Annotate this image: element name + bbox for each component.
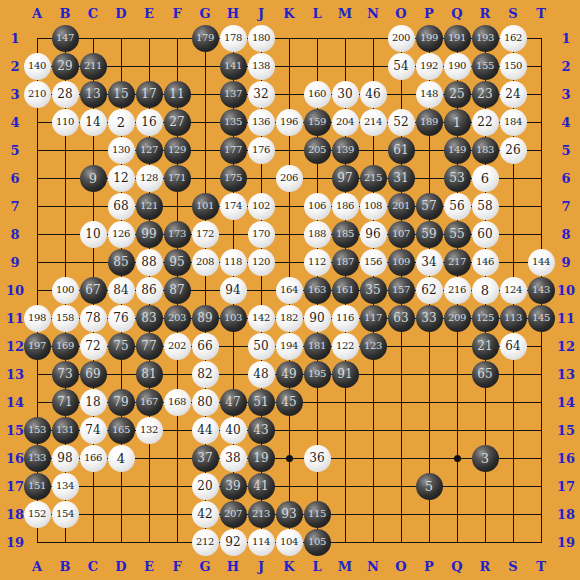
black-stone-move-167-E14: 167 [136, 389, 163, 416]
intersection-P1: 199 [415, 24, 443, 52]
intersection-O4: 52 [387, 108, 415, 136]
black-stone-move-151-A17: 151 [24, 473, 51, 500]
white-stone-move-56-Q7: 56 [444, 193, 471, 220]
black-stone-move-163-L10: 163 [304, 277, 331, 304]
white-stone-move-208-G9: 208 [192, 249, 219, 276]
intersection-B16: 98 [51, 444, 79, 472]
intersection-A3: 210 [23, 80, 51, 108]
intersection-B15: 131 [51, 416, 79, 444]
col-label-top-F: F [163, 4, 191, 22]
white-stone-move-44-G15: 44 [192, 417, 219, 444]
white-stone-move-144-T9: 144 [528, 249, 555, 276]
white-stone-move-78-C11: 78 [80, 305, 107, 332]
black-stone-move-19-J16: 19 [248, 445, 275, 472]
black-stone-move-93-K18: 93 [276, 501, 303, 528]
intersection-P11: 33 [415, 304, 443, 332]
intersection-A16: 133 [23, 444, 51, 472]
black-stone-move-143-T10: 143 [528, 277, 555, 304]
black-stone-move-125-R11: 125 [472, 305, 499, 332]
black-stone-move-77-E12: 77 [136, 333, 163, 360]
white-stone-move-60-R8: 60 [472, 221, 499, 248]
intersection-A15: 153 [23, 416, 51, 444]
black-stone-move-101-G7: 101 [192, 193, 219, 220]
intersection-H17: 39 [219, 472, 247, 500]
white-stone-move-66-G12: 66 [192, 333, 219, 360]
intersection-H2: 141 [219, 52, 247, 80]
black-stone-move-23-R3: 23 [472, 81, 499, 108]
row-label-right-10: 10 [551, 276, 580, 304]
black-stone-move-95-F9: 95 [164, 249, 191, 276]
white-stone-move-20-G17: 20 [192, 473, 219, 500]
intersection-G1: 179 [191, 24, 219, 52]
intersection-Q3: 25 [443, 80, 471, 108]
white-stone-move-166-C16: 166 [80, 445, 107, 472]
black-stone-move-43-J15: 43 [248, 417, 275, 444]
intersection-H5: 177 [219, 136, 247, 164]
row-label-right-4: 4 [551, 108, 580, 136]
intersection-H14: 47 [219, 388, 247, 416]
col-label-top-R: R [471, 4, 499, 22]
intersection-R10: 8 [471, 276, 499, 304]
intersection-A12: 197 [23, 332, 51, 360]
row-label-right-17: 17 [551, 472, 580, 500]
column-labels-top: ABCDEFGHJKLMNOPQRST [23, 4, 555, 22]
intersection-C15: 74 [79, 416, 107, 444]
intersection-K13: 49 [275, 360, 303, 388]
col-label-top-N: N [359, 4, 387, 22]
black-stone-move-59-P8: 59 [416, 221, 443, 248]
row-label-right-8: 8 [551, 220, 580, 248]
row-label-right-1: 1 [551, 24, 580, 52]
intersection-L19: 105 [303, 528, 331, 556]
intersection-C3: 13 [79, 80, 107, 108]
row-label-right-18: 18 [551, 500, 580, 528]
white-stone-move-202-F12: 202 [164, 333, 191, 360]
white-stone-move-90-L11: 90 [304, 305, 331, 332]
white-stone-move-104-K19: 104 [276, 529, 303, 556]
intersection-L3: 160 [303, 80, 331, 108]
intersection-P10: 62 [415, 276, 443, 304]
intersection-O1: 200 [387, 24, 415, 52]
col-label-bottom-C: C [79, 557, 107, 575]
intersection-J5: 176 [247, 136, 275, 164]
black-stone-move-207-H18: 207 [220, 501, 247, 528]
white-stone-move-188-L8: 188 [304, 221, 331, 248]
white-stone-move-34-P9: 34 [416, 249, 443, 276]
intersection-O2: 54 [387, 52, 415, 80]
intersection-C6: 9 [79, 164, 107, 192]
black-stone-move-195-L13: 195 [304, 361, 331, 388]
col-label-top-O: O [387, 4, 415, 22]
black-stone-move-213-J18: 213 [248, 501, 275, 528]
black-stone-move-181-L12: 181 [304, 333, 331, 360]
intersection-H16: 38 [219, 444, 247, 472]
white-stone-move-32-J3: 32 [248, 81, 275, 108]
intersection-M3: 30 [331, 80, 359, 108]
intersection-Q5: 149 [443, 136, 471, 164]
intersection-B1: 147 [51, 24, 79, 52]
row-label-right-15: 15 [551, 416, 580, 444]
col-label-bottom-K: K [275, 557, 303, 575]
row-label-right-7: 7 [551, 192, 580, 220]
intersection-H3: 137 [219, 80, 247, 108]
white-stone-move-6-R6: 6 [472, 165, 499, 192]
col-label-bottom-M: M [331, 557, 359, 575]
intersection-H10: 94 [219, 276, 247, 304]
black-stone-move-83-E11: 83 [136, 305, 163, 332]
intersection-J18: 213 [247, 500, 275, 528]
black-stone-move-13-C3: 13 [80, 81, 107, 108]
intersection-J1: 180 [247, 24, 275, 52]
white-stone-move-64-S12: 64 [500, 333, 527, 360]
intersection-B18: 154 [51, 500, 79, 528]
intersection-H9: 118 [219, 248, 247, 276]
intersection-G16: 37 [191, 444, 219, 472]
white-stone-move-110-B4: 110 [52, 109, 79, 136]
white-stone-move-100-B10: 100 [52, 277, 79, 304]
row-label-right-2: 2 [551, 52, 580, 80]
white-stone-move-82-G13: 82 [192, 361, 219, 388]
intersection-C2: 211 [79, 52, 107, 80]
black-stone-move-29-B2: 29 [52, 53, 79, 80]
intersection-F12: 202 [163, 332, 191, 360]
intersection-K14: 45 [275, 388, 303, 416]
white-stone-move-196-K4: 196 [276, 109, 303, 136]
intersection-J15: 43 [247, 416, 275, 444]
col-label-top-A: A [23, 4, 51, 22]
white-stone-move-36-L16: 36 [304, 445, 331, 472]
intersection-M13: 91 [331, 360, 359, 388]
col-label-top-D: D [107, 4, 135, 22]
white-stone-move-158-B11: 158 [52, 305, 79, 332]
black-stone-move-53-Q6: 53 [444, 165, 471, 192]
white-stone-move-134-B17: 134 [52, 473, 79, 500]
intersection-C4: 14 [79, 108, 107, 136]
intersection-D5: 130 [107, 136, 135, 164]
white-stone-move-92-H19: 92 [220, 529, 247, 556]
intersection-G12: 66 [191, 332, 219, 360]
intersection-K6: 206 [275, 164, 303, 192]
white-stone-move-58-R7: 58 [472, 193, 499, 220]
intersection-E4: 16 [135, 108, 163, 136]
col-label-top-C: C [79, 4, 107, 22]
black-stone-move-191-Q1: 191 [444, 25, 471, 52]
black-stone-move-137-H3: 137 [220, 81, 247, 108]
black-stone-move-121-E7: 121 [136, 193, 163, 220]
intersection-D4: 2 [107, 108, 135, 136]
col-label-top-Q: Q [443, 4, 471, 22]
column-labels-bottom: ABCDEFGHJKLMNOPQRST [23, 557, 555, 575]
black-stone-move-205-L5: 205 [304, 137, 331, 164]
intersection-K12: 194 [275, 332, 303, 360]
intersection-O7: 201 [387, 192, 415, 220]
intersection-R9: 146 [471, 248, 499, 276]
col-label-bottom-P: P [415, 557, 443, 575]
black-stone-move-63-O11: 63 [388, 305, 415, 332]
row-label-right-16: 16 [551, 444, 580, 472]
intersection-N12: 123 [359, 332, 387, 360]
white-stone-move-152-A18: 152 [24, 501, 51, 528]
black-stone-move-139-M5: 139 [332, 137, 359, 164]
intersection-G14: 80 [191, 388, 219, 416]
white-stone-move-116-M11: 116 [332, 305, 359, 332]
col-label-bottom-R: R [471, 557, 499, 575]
intersection-D15: 165 [107, 416, 135, 444]
intersection-R5: 183 [471, 136, 499, 164]
intersection-S5: 26 [499, 136, 527, 164]
black-stone-move-117-N11: 117 [360, 305, 387, 332]
white-stone-move-118-H9: 118 [220, 249, 247, 276]
white-stone-move-4-D16: 4 [108, 445, 135, 472]
intersection-G9: 208 [191, 248, 219, 276]
intersection-Q11: 209 [443, 304, 471, 332]
intersection-E3: 17 [135, 80, 163, 108]
col-label-top-T: T [527, 4, 555, 22]
white-stone-move-8-R10: 8 [472, 277, 499, 304]
intersection-R1: 193 [471, 24, 499, 52]
black-stone-move-51-J14: 51 [248, 389, 275, 416]
black-stone-move-193-R1: 193 [472, 25, 499, 52]
white-stone-move-142-J11: 142 [248, 305, 275, 332]
black-stone-move-71-B14: 71 [52, 389, 79, 416]
col-label-bottom-H: H [219, 557, 247, 575]
intersection-Q6: 53 [443, 164, 471, 192]
black-stone-move-25-Q3: 25 [444, 81, 471, 108]
intersection-C14: 18 [79, 388, 107, 416]
black-stone-move-203-F11: 203 [164, 305, 191, 332]
black-stone-move-21-R12: 21 [472, 333, 499, 360]
row-label-right-6: 6 [551, 164, 580, 192]
intersection-E15: 132 [135, 416, 163, 444]
white-stone-move-164-K10: 164 [276, 277, 303, 304]
intersection-P17: 5 [415, 472, 443, 500]
white-stone-move-68-D7: 68 [108, 193, 135, 220]
intersection-J2: 138 [247, 52, 275, 80]
intersection-M8: 185 [331, 220, 359, 248]
col-label-bottom-A: A [23, 557, 51, 575]
white-stone-move-72-C12: 72 [80, 333, 107, 360]
white-stone-move-194-K12: 194 [276, 333, 303, 360]
black-stone-move-91-M13: 91 [332, 361, 359, 388]
intersection-J9: 120 [247, 248, 275, 276]
intersection-J14: 51 [247, 388, 275, 416]
intersection-E9: 88 [135, 248, 163, 276]
white-stone-move-168-F14: 168 [164, 389, 191, 416]
black-stone-move-41-J17: 41 [248, 473, 275, 500]
intersection-G11: 89 [191, 304, 219, 332]
white-stone-move-154-B18: 154 [52, 501, 79, 528]
intersection-P4: 189 [415, 108, 443, 136]
black-stone-move-169-B12: 169 [52, 333, 79, 360]
intersection-J19: 114 [247, 528, 275, 556]
col-label-bottom-L: L [303, 557, 331, 575]
white-stone-move-106-L7: 106 [304, 193, 331, 220]
row-label-right-3: 3 [551, 80, 580, 108]
intersection-Q10: 216 [443, 276, 471, 304]
intersection-E11: 83 [135, 304, 163, 332]
white-stone-move-76-D11: 76 [108, 305, 135, 332]
white-stone-move-52-O4: 52 [388, 109, 415, 136]
white-stone-move-204-M4: 204 [332, 109, 359, 136]
intersection-L13: 195 [303, 360, 331, 388]
intersection-C12: 72 [79, 332, 107, 360]
black-stone-move-37-G16: 37 [192, 445, 219, 472]
white-stone-move-74-C15: 74 [80, 417, 107, 444]
white-stone-move-130-D5: 130 [108, 137, 135, 164]
black-stone-move-85-D9: 85 [108, 249, 135, 276]
intersection-R8: 60 [471, 220, 499, 248]
black-stone-move-103-H11: 103 [220, 305, 247, 332]
black-stone-move-107-O8: 107 [388, 221, 415, 248]
white-stone-move-48-J13: 48 [248, 361, 275, 388]
col-label-top-B: B [51, 4, 79, 22]
intersection-M5: 139 [331, 136, 359, 164]
black-stone-move-79-D14: 79 [108, 389, 135, 416]
white-stone-move-198-A11: 198 [24, 305, 51, 332]
black-stone-move-57-P7: 57 [416, 193, 443, 220]
black-stone-move-49-K13: 49 [276, 361, 303, 388]
intersection-H11: 103 [219, 304, 247, 332]
white-stone-move-62-P10: 62 [416, 277, 443, 304]
intersection-O11: 63 [387, 304, 415, 332]
intersection-D3: 15 [107, 80, 135, 108]
black-stone-move-175-H6: 175 [220, 165, 247, 192]
intersection-F11: 203 [163, 304, 191, 332]
white-stone-move-84-D10: 84 [108, 277, 135, 304]
row-label-right-14: 14 [551, 388, 580, 416]
intersection-G7: 101 [191, 192, 219, 220]
white-stone-move-212-G19: 212 [192, 529, 219, 556]
intersection-K10: 164 [275, 276, 303, 304]
white-stone-move-122-M12: 122 [332, 333, 359, 360]
go-kifu-diagram: ABCDEFGHJKLMNOPQRST ABCDEFGHJKLMNOPQRST … [0, 0, 580, 580]
col-label-bottom-G: G [191, 557, 219, 575]
white-stone-move-156-N9: 156 [360, 249, 387, 276]
intersection-P3: 148 [415, 80, 443, 108]
intersection-F10: 87 [163, 276, 191, 304]
white-stone-move-120-J9: 120 [248, 249, 275, 276]
intersection-H7: 174 [219, 192, 247, 220]
intersection-D7: 68 [107, 192, 135, 220]
black-stone-move-75-D12: 75 [108, 333, 135, 360]
black-stone-move-61-O5: 61 [388, 137, 415, 164]
white-stone-move-12-D6: 12 [108, 165, 135, 192]
intersection-M12: 122 [331, 332, 359, 360]
white-stone-move-80-G14: 80 [192, 389, 219, 416]
white-stone-move-182-K11: 182 [276, 305, 303, 332]
black-stone-move-109-O9: 109 [388, 249, 415, 276]
intersection-B2: 29 [51, 52, 79, 80]
white-stone-move-160-L3: 160 [304, 81, 331, 108]
white-stone-move-186-M7: 186 [332, 193, 359, 220]
intersection-H19: 92 [219, 528, 247, 556]
intersection-E5: 127 [135, 136, 163, 164]
intersection-L18: 115 [303, 500, 331, 528]
black-stone-move-173-F8: 173 [164, 221, 191, 248]
intersection-S12: 64 [499, 332, 527, 360]
white-stone-move-140-A2: 140 [24, 53, 51, 80]
black-stone-move-183-R5: 183 [472, 137, 499, 164]
intersection-R12: 21 [471, 332, 499, 360]
intersection-E7: 121 [135, 192, 163, 220]
intersection-B11: 158 [51, 304, 79, 332]
black-stone-move-135-H4: 135 [220, 109, 247, 136]
intersection-A17: 151 [23, 472, 51, 500]
white-stone-move-132-E15: 132 [136, 417, 163, 444]
intersection-O5: 61 [387, 136, 415, 164]
black-stone-move-215-N6: 215 [360, 165, 387, 192]
intersection-H18: 207 [219, 500, 247, 528]
white-stone-move-176-J5: 176 [248, 137, 275, 164]
intersection-S3: 24 [499, 80, 527, 108]
white-stone-move-216-Q10: 216 [444, 277, 471, 304]
black-stone-move-179-G1: 179 [192, 25, 219, 52]
black-stone-move-187-M9: 187 [332, 249, 359, 276]
black-stone-move-211-C2: 211 [80, 53, 107, 80]
white-stone-move-128-E6: 128 [136, 165, 163, 192]
intersection-J11: 142 [247, 304, 275, 332]
white-stone-move-42-G18: 42 [192, 501, 219, 528]
intersection-M9: 187 [331, 248, 359, 276]
white-stone-move-206-K6: 206 [276, 165, 303, 192]
intersection-Q4: 1 [443, 108, 471, 136]
black-stone-move-5-P17: 5 [416, 473, 443, 500]
intersection-L12: 181 [303, 332, 331, 360]
col-label-top-K: K [275, 4, 303, 22]
white-stone-move-112-L9: 112 [304, 249, 331, 276]
black-stone-move-209-Q11: 209 [444, 305, 471, 332]
intersection-F14: 168 [163, 388, 191, 416]
black-stone-move-97-M6: 97 [332, 165, 359, 192]
col-label-top-J: J [247, 4, 275, 22]
white-stone-move-40-H15: 40 [220, 417, 247, 444]
black-stone-move-55-Q8: 55 [444, 221, 471, 248]
intersection-N3: 46 [359, 80, 387, 108]
black-stone-move-133-A16: 133 [24, 445, 51, 472]
white-stone-move-184-S4: 184 [500, 109, 527, 136]
black-stone-move-15-D3: 15 [108, 81, 135, 108]
intersection-H6: 175 [219, 164, 247, 192]
white-stone-move-14-C4: 14 [80, 109, 107, 136]
black-stone-move-73-B13: 73 [52, 361, 79, 388]
white-stone-move-210-A3: 210 [24, 81, 51, 108]
intersection-C11: 78 [79, 304, 107, 332]
intersection-S1: 162 [499, 24, 527, 52]
black-stone-move-105-L19: 105 [304, 529, 331, 556]
intersection-R11: 125 [471, 304, 499, 332]
black-stone-move-35-N10: 35 [360, 277, 387, 304]
white-stone-move-108-N7: 108 [360, 193, 387, 220]
white-stone-move-148-P3: 148 [416, 81, 443, 108]
white-stone-move-2-D4: 2 [108, 109, 135, 136]
black-stone-move-99-E8: 99 [136, 221, 163, 248]
white-stone-move-190-Q2: 190 [444, 53, 471, 80]
intersection-J17: 41 [247, 472, 275, 500]
col-label-top-G: G [191, 4, 219, 22]
black-stone-move-87-F10: 87 [164, 277, 191, 304]
intersection-C16: 166 [79, 444, 107, 472]
intersection-R16: 3 [471, 444, 499, 472]
intersection-H15: 40 [219, 416, 247, 444]
intersection-F4: 27 [163, 108, 191, 136]
stones-layer: 1471791781802001991911931621402921114113… [23, 24, 555, 556]
intersection-L7: 106 [303, 192, 331, 220]
intersection-M6: 97 [331, 164, 359, 192]
white-stone-move-114-J19: 114 [248, 529, 275, 556]
black-stone-move-115-L18: 115 [304, 501, 331, 528]
intersection-N4: 214 [359, 108, 387, 136]
intersection-O9: 109 [387, 248, 415, 276]
